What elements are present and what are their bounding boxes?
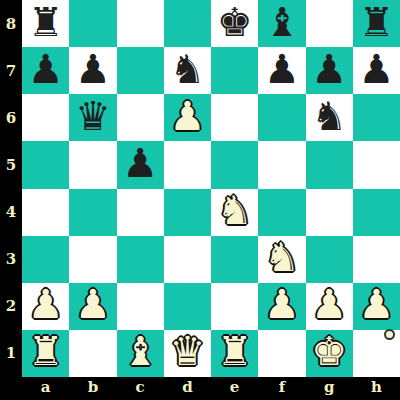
square-f1[interactable] [258,330,305,377]
square-g1[interactable]: ♚ [306,330,353,377]
piece-black-pawn[interactable]: ♟ [122,143,158,183]
square-a5[interactable] [22,141,69,188]
square-h2[interactable]: ♟ [353,283,400,330]
square-g4[interactable] [306,189,353,236]
file-label-f: f [258,377,305,400]
square-a6[interactable] [22,94,69,141]
piece-black-pawn[interactable]: ♟ [75,49,111,89]
piece-black-pawn[interactable]: ♟ [28,49,64,89]
square-c6[interactable] [117,94,164,141]
piece-black-knight[interactable]: ♞ [311,96,347,136]
square-f6[interactable] [258,94,305,141]
piece-white-pawn[interactable]: ♟ [75,284,111,324]
square-f2[interactable]: ♟ [258,283,305,330]
square-a7[interactable]: ♟ [22,47,69,94]
square-g2[interactable]: ♟ [306,283,353,330]
square-b4[interactable] [69,189,116,236]
piece-white-knight[interactable]: ♞ [217,190,253,230]
piece-white-knight[interactable]: ♞ [264,237,300,277]
piece-white-bishop[interactable]: ♝ [122,331,158,371]
piece-black-pawn[interactable]: ♟ [358,49,394,89]
move-indicator-dot [384,329,395,340]
file-label-c: c [117,377,164,400]
square-g6[interactable]: ♞ [306,94,353,141]
file-label-h: h [353,377,400,400]
square-b2[interactable]: ♟ [69,283,116,330]
file-label-a: a [22,377,69,400]
piece-white-pawn[interactable]: ♟ [264,284,300,324]
rank-label-8: 8 [0,0,22,47]
piece-black-rook[interactable]: ♜ [28,2,64,42]
square-d6[interactable]: ♟ [164,94,211,141]
square-b7[interactable]: ♟ [69,47,116,94]
piece-black-rook[interactable]: ♜ [358,2,394,42]
square-c1[interactable]: ♝ [117,330,164,377]
file-label-g: g [306,377,353,400]
square-b3[interactable] [69,236,116,283]
piece-black-queen[interactable]: ♛ [75,96,111,136]
rank-label-1: 1 [0,330,22,377]
rank-label-6: 6 [0,94,22,141]
file-label-d: d [164,377,211,400]
square-f4[interactable] [258,189,305,236]
square-e8[interactable]: ♚ [211,0,258,47]
square-a2[interactable]: ♟ [22,283,69,330]
file-labels: abcdefgh [22,377,400,400]
square-g5[interactable] [306,141,353,188]
square-b5[interactable] [69,141,116,188]
square-b8[interactable] [69,0,116,47]
square-e7[interactable] [211,47,258,94]
square-c5[interactable]: ♟ [117,141,164,188]
square-h4[interactable] [353,189,400,236]
square-e1[interactable]: ♜ [211,330,258,377]
square-a3[interactable] [22,236,69,283]
piece-white-rook[interactable]: ♜ [28,331,64,371]
square-c8[interactable] [117,0,164,47]
square-a8[interactable]: ♜ [22,0,69,47]
square-f7[interactable]: ♟ [258,47,305,94]
square-c7[interactable] [117,47,164,94]
square-d1[interactable]: ♛ [164,330,211,377]
square-h7[interactable]: ♟ [353,47,400,94]
rank-labels: 87654321 [0,0,22,377]
chess-board-widget: 87654321 ♜♚♝♜♟♟♞♟♟♟♛♟♞♟♞♞♟♟♟♟♟♜♝♛♜♚ abcd… [0,0,400,400]
square-c2[interactable] [117,283,164,330]
square-h6[interactable] [353,94,400,141]
rank-label-7: 7 [0,47,22,94]
square-e3[interactable] [211,236,258,283]
square-e6[interactable] [211,94,258,141]
square-f8[interactable]: ♝ [258,0,305,47]
corner-spacer [0,377,22,400]
square-c4[interactable] [117,189,164,236]
piece-white-pawn[interactable]: ♟ [358,284,394,324]
square-c3[interactable] [117,236,164,283]
piece-white-pawn[interactable]: ♟ [169,96,205,136]
square-d3[interactable] [164,236,211,283]
square-d5[interactable] [164,141,211,188]
rank-label-5: 5 [0,141,22,188]
piece-black-king[interactable]: ♚ [217,2,253,42]
file-label-b: b [69,377,116,400]
square-g8[interactable] [306,0,353,47]
piece-black-bishop[interactable]: ♝ [264,2,300,42]
square-e5[interactable] [211,141,258,188]
piece-black-pawn[interactable]: ♟ [264,49,300,89]
square-e4[interactable]: ♞ [211,189,258,236]
file-label-e: e [211,377,258,400]
square-g7[interactable]: ♟ [306,47,353,94]
square-f5[interactable] [258,141,305,188]
square-h3[interactable] [353,236,400,283]
square-a1[interactable]: ♜ [22,330,69,377]
square-f3[interactable]: ♞ [258,236,305,283]
square-d4[interactable] [164,189,211,236]
piece-white-queen[interactable]: ♛ [169,331,205,371]
square-d7[interactable]: ♞ [164,47,211,94]
square-b6[interactable]: ♛ [69,94,116,141]
rank-label-4: 4 [0,189,22,236]
piece-white-pawn[interactable]: ♟ [28,284,64,324]
square-d8[interactable] [164,0,211,47]
square-e2[interactable] [211,283,258,330]
rank-label-2: 2 [0,283,22,330]
piece-black-knight[interactable]: ♞ [169,49,205,89]
square-h8[interactable]: ♜ [353,0,400,47]
piece-white-rook[interactable]: ♜ [217,331,253,371]
piece-black-pawn[interactable]: ♟ [311,49,347,89]
piece-white-pawn[interactable]: ♟ [311,284,347,324]
square-a4[interactable] [22,189,69,236]
square-d2[interactable] [164,283,211,330]
square-h5[interactable] [353,141,400,188]
piece-white-king[interactable]: ♚ [311,331,347,371]
square-b1[interactable] [69,330,116,377]
chess-board: ♜♚♝♜♟♟♞♟♟♟♛♟♞♟♞♞♟♟♟♟♟♜♝♛♜♚ [22,0,400,377]
rank-label-3: 3 [0,236,22,283]
square-g3[interactable] [306,236,353,283]
